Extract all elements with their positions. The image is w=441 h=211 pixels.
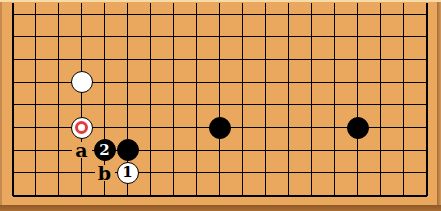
black-stone: [117, 139, 139, 161]
white-stone: [71, 71, 93, 93]
stones-overlay: 21ab: [1, 3, 438, 207]
black-stone: [347, 117, 369, 139]
board-bevel-left: [0, 2, 2, 211]
point-label-b: b: [95, 165, 115, 181]
board-bevel-right: [437, 2, 441, 211]
black-stone-move-2: 2: [94, 139, 116, 161]
point-label-a: a: [72, 142, 92, 158]
board-bevel-bottom: [0, 205, 441, 211]
circle-marker-icon: [75, 121, 88, 134]
black-stone: [209, 117, 231, 139]
white-stone-move-1: 1: [117, 162, 139, 184]
marked-white-stone: [71, 117, 93, 139]
board-bevel-top: [0, 0, 441, 2]
go-diagram: 21ab: [0, 0, 441, 211]
